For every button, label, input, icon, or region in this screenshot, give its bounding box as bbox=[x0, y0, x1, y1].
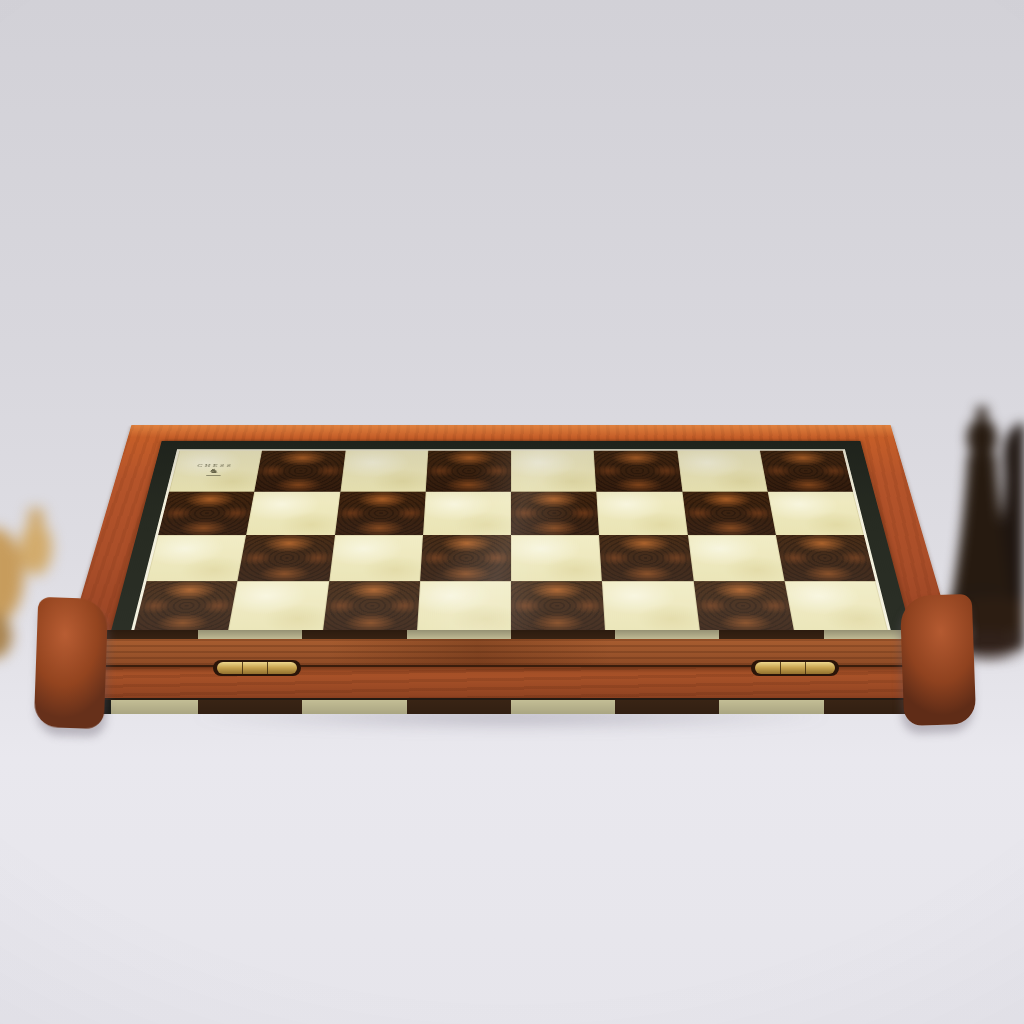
square-e8 bbox=[511, 451, 596, 492]
square-e5 bbox=[511, 581, 605, 631]
square-c7 bbox=[335, 491, 426, 535]
square-h7 bbox=[767, 491, 863, 535]
board-white-pinstripe: CHESS ♞ bbox=[131, 449, 891, 631]
square-b6 bbox=[238, 535, 335, 581]
square-e6 bbox=[511, 535, 602, 581]
square-c8 bbox=[340, 451, 428, 492]
left-hinge-brass-bar bbox=[217, 662, 297, 674]
square-h6 bbox=[776, 535, 876, 581]
chessboard-top-face: CHESS ♞ bbox=[71, 425, 951, 631]
square-c5 bbox=[323, 581, 420, 631]
square-f7 bbox=[596, 491, 687, 535]
dark-bishop-finial bbox=[976, 406, 988, 418]
board-grid bbox=[134, 451, 888, 631]
square-a5 bbox=[134, 581, 238, 631]
square-f8 bbox=[594, 451, 682, 492]
square-g7 bbox=[682, 491, 776, 535]
square-f6 bbox=[599, 535, 693, 581]
square-g6 bbox=[687, 535, 784, 581]
dark-bishop-head bbox=[967, 418, 997, 458]
box-front-face bbox=[94, 630, 928, 714]
square-d5 bbox=[417, 581, 511, 631]
square-b8 bbox=[255, 451, 346, 492]
square-h5 bbox=[784, 581, 888, 631]
square-g5 bbox=[693, 581, 793, 631]
bottom-edge-shade bbox=[94, 700, 928, 714]
square-d6 bbox=[420, 535, 511, 581]
square-c6 bbox=[329, 535, 423, 581]
square-f5 bbox=[602, 581, 699, 631]
light-piece-finial bbox=[20, 521, 52, 575]
square-h8 bbox=[760, 451, 853, 492]
square-b7 bbox=[246, 491, 340, 535]
square-d7 bbox=[423, 491, 511, 535]
right-hinge-brass-bar bbox=[755, 662, 835, 674]
light-piece-knob bbox=[28, 508, 44, 524]
square-g8 bbox=[677, 451, 768, 492]
board-black-margin: CHESS ♞ bbox=[111, 441, 911, 631]
square-d8 bbox=[426, 451, 511, 492]
left-hinge bbox=[213, 660, 301, 676]
square-a8 bbox=[169, 451, 262, 492]
right-hinge bbox=[751, 660, 839, 676]
bottom-board-checkered-edge bbox=[94, 700, 928, 714]
left-corner-foot bbox=[34, 597, 108, 729]
studio-backdrop: { "game": "chess", "position": "8/8/8/8/… bbox=[0, 0, 1024, 1024]
square-b5 bbox=[228, 581, 328, 631]
square-a7 bbox=[158, 491, 254, 535]
top-board-bevel-edge bbox=[94, 630, 928, 639]
right-corner-foot bbox=[900, 594, 976, 726]
square-a6 bbox=[146, 535, 246, 581]
square-e7 bbox=[511, 491, 599, 535]
